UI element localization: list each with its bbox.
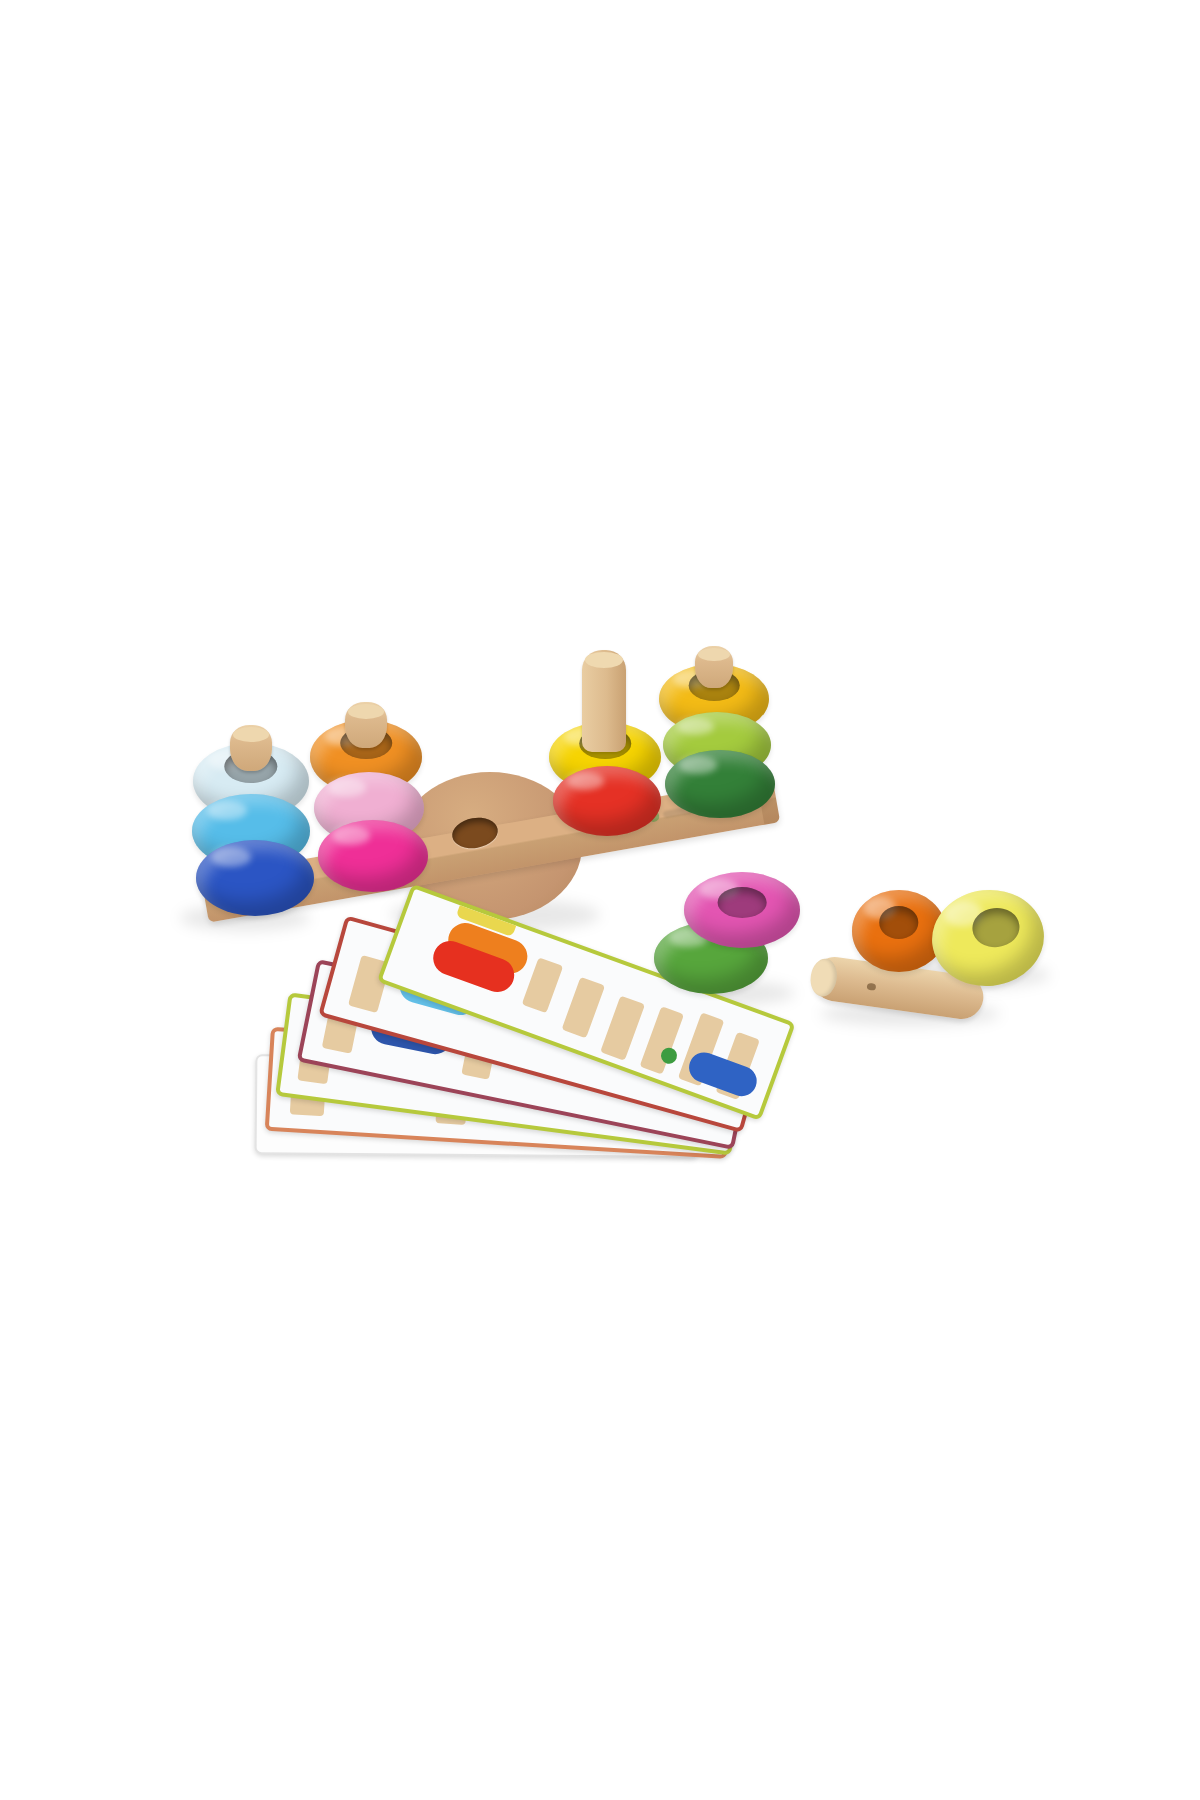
ring-hole bbox=[879, 906, 918, 939]
peg4-wood-cap bbox=[695, 646, 733, 688]
peg1-wood-cap bbox=[230, 725, 272, 771]
product-photo-stage bbox=[0, 0, 1200, 1800]
card-peg-bar bbox=[522, 957, 564, 1013]
peg4-ring-dark-green[interactable] bbox=[665, 750, 775, 818]
ring-hole bbox=[718, 887, 767, 917]
peg2-wood-cap bbox=[345, 702, 387, 748]
peg3-tall-wood-peg[interactable] bbox=[582, 650, 626, 752]
ring-hole bbox=[971, 906, 1022, 949]
card-peg-bar bbox=[600, 996, 645, 1061]
loose-ring-pink[interactable] bbox=[684, 872, 800, 948]
peg2-ring-magenta[interactable] bbox=[318, 820, 428, 892]
card-peg-bar bbox=[640, 1006, 684, 1074]
peg3-ring-red[interactable] bbox=[553, 766, 661, 836]
card-peg-bar bbox=[562, 977, 606, 1039]
peg1-ring-royal-blue[interactable] bbox=[196, 840, 314, 916]
